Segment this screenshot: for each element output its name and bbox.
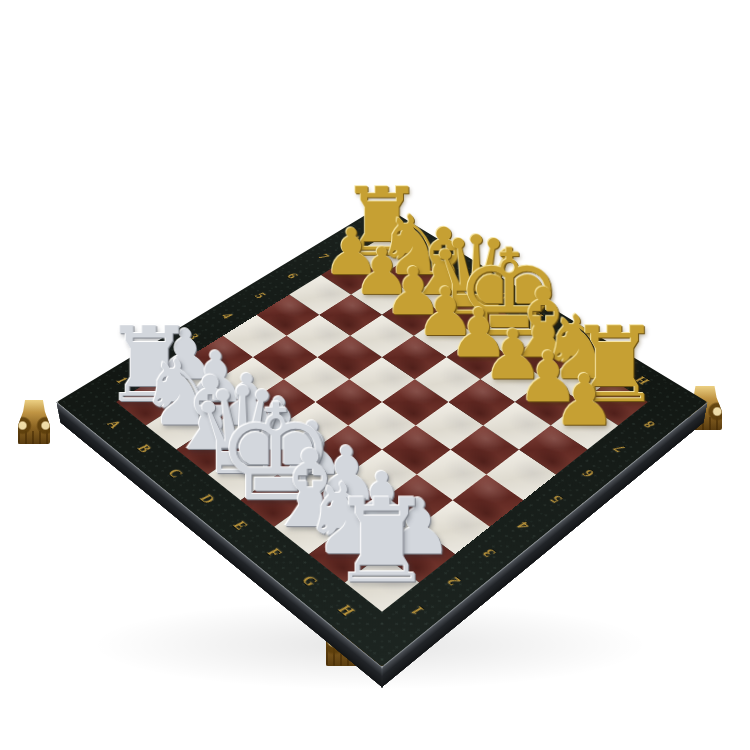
piece-black-pawn[interactable]: ♟	[553, 364, 617, 435]
chess-set-photo: ABCDEFGH ABCDEFGH 87654321 87654321 ♜♞♝♛…	[0, 0, 750, 750]
board-frame: ABCDEFGH ABCDEFGH 87654321 87654321 ♜♞♝♛…	[57, 205, 708, 667]
chess-board: ABCDEFGH ABCDEFGH 87654321 87654321 ♜♞♝♛…	[57, 205, 708, 667]
board-foot-left	[18, 400, 50, 444]
piece-white-rook[interactable]: ♜	[330, 483, 434, 599]
square-h1[interactable]: ♜	[345, 554, 419, 612]
board-grid: ♜♞♝♛♚♝♞♜♟♟♟♟♟♟♟♟♟♟♟♟♟♟♟♟♜♞♝♛♚♝♞♜	[116, 237, 648, 612]
